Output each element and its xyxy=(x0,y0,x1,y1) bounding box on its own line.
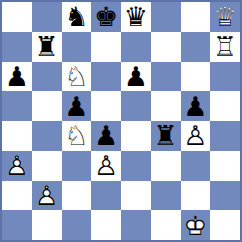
square-h1[interactable] xyxy=(210,210,240,240)
piece-white-rook[interactable]: ♜♖ xyxy=(210,32,240,62)
piece-glyph: ♟ xyxy=(2,62,32,92)
piece-outline-layer: ♙ xyxy=(2,151,32,181)
square-g5[interactable]: ♟ xyxy=(181,91,211,121)
square-f7[interactable] xyxy=(151,32,181,62)
square-f8[interactable] xyxy=(151,2,181,32)
square-f4[interactable]: ♜ xyxy=(151,121,181,151)
square-d5[interactable] xyxy=(91,91,121,121)
square-g2[interactable] xyxy=(181,181,211,211)
square-d8[interactable]: ♚ xyxy=(91,2,121,32)
piece-glyph: ♟ xyxy=(91,121,121,151)
square-f2[interactable] xyxy=(151,181,181,211)
piece-white-king[interactable]: ♚♔ xyxy=(181,210,211,240)
piece-black-pawn[interactable]: ♟ xyxy=(91,121,121,151)
square-b7[interactable]: ♜ xyxy=(32,32,62,62)
piece-black-pawn[interactable]: ♟ xyxy=(181,91,211,121)
square-f1[interactable] xyxy=(151,210,181,240)
square-c6[interactable]: ♞♘ xyxy=(62,62,92,92)
square-h6[interactable] xyxy=(210,62,240,92)
piece-outline-layer: ♕ xyxy=(210,2,240,32)
piece-glyph: ♛ xyxy=(121,2,151,32)
square-a1[interactable] xyxy=(2,210,32,240)
piece-white-pawn[interactable]: ♟♙ xyxy=(181,121,211,151)
square-d4[interactable]: ♟ xyxy=(91,121,121,151)
piece-outline-layer: ♘ xyxy=(62,121,92,151)
square-b2[interactable]: ♟♙ xyxy=(32,181,62,211)
square-a5[interactable] xyxy=(2,91,32,121)
piece-glyph: ♜ xyxy=(151,121,181,151)
square-e4[interactable] xyxy=(121,121,151,151)
square-b5[interactable] xyxy=(32,91,62,121)
square-f6[interactable] xyxy=(151,62,181,92)
square-e7[interactable] xyxy=(121,32,151,62)
square-g3[interactable] xyxy=(181,151,211,181)
square-e6[interactable]: ♟ xyxy=(121,62,151,92)
piece-white-pawn[interactable]: ♟♙ xyxy=(2,151,32,181)
square-g8[interactable] xyxy=(181,2,211,32)
piece-black-knight[interactable]: ♞ xyxy=(62,2,92,32)
square-a8[interactable] xyxy=(2,2,32,32)
square-d3[interactable]: ♟♙ xyxy=(91,151,121,181)
square-h4[interactable] xyxy=(210,121,240,151)
piece-black-pawn[interactable]: ♟ xyxy=(121,62,151,92)
piece-black-pawn[interactable]: ♟ xyxy=(2,62,32,92)
piece-white-pawn[interactable]: ♟♙ xyxy=(32,181,62,211)
square-a7[interactable] xyxy=(2,32,32,62)
piece-outline-layer: ♖ xyxy=(210,32,240,62)
square-b3[interactable] xyxy=(32,151,62,181)
square-b8[interactable] xyxy=(32,2,62,32)
square-d7[interactable] xyxy=(91,32,121,62)
square-a4[interactable] xyxy=(2,121,32,151)
piece-glyph: ♜ xyxy=(32,32,62,62)
piece-glyph: ♞ xyxy=(62,2,92,32)
square-c4[interactable]: ♞♘ xyxy=(62,121,92,151)
piece-black-king[interactable]: ♚ xyxy=(91,2,121,32)
square-e1[interactable] xyxy=(121,210,151,240)
square-h7[interactable]: ♜♖ xyxy=(210,32,240,62)
piece-black-queen[interactable]: ♛ xyxy=(121,2,151,32)
piece-white-knight[interactable]: ♞♘ xyxy=(62,121,92,151)
piece-glyph: ♟ xyxy=(181,91,211,121)
piece-outline-layer: ♔ xyxy=(181,210,211,240)
square-c1[interactable] xyxy=(62,210,92,240)
square-h2[interactable] xyxy=(210,181,240,211)
chess-board: ♞♚♛♛♕♜♜♖♟♞♘♟♟♟♞♘♟♜♟♙♟♙♟♙♟♙♚♔ xyxy=(0,0,242,242)
square-f3[interactable] xyxy=(151,151,181,181)
square-a6[interactable]: ♟ xyxy=(2,62,32,92)
square-c8[interactable]: ♞ xyxy=(62,2,92,32)
square-b6[interactable] xyxy=(32,62,62,92)
piece-white-queen[interactable]: ♛♕ xyxy=(210,2,240,32)
piece-glyph: ♟ xyxy=(62,91,92,121)
piece-glyph: ♟ xyxy=(121,62,151,92)
piece-outline-layer: ♙ xyxy=(32,181,62,211)
square-e3[interactable] xyxy=(121,151,151,181)
piece-outline-layer: ♙ xyxy=(91,151,121,181)
square-g7[interactable] xyxy=(181,32,211,62)
square-d1[interactable] xyxy=(91,210,121,240)
square-c3[interactable] xyxy=(62,151,92,181)
square-c2[interactable] xyxy=(62,181,92,211)
square-d6[interactable] xyxy=(91,62,121,92)
square-h8[interactable]: ♛♕ xyxy=(210,2,240,32)
square-f5[interactable] xyxy=(151,91,181,121)
piece-black-rook[interactable]: ♜ xyxy=(151,121,181,151)
piece-glyph: ♚ xyxy=(91,2,121,32)
square-g6[interactable] xyxy=(181,62,211,92)
square-b1[interactable] xyxy=(32,210,62,240)
square-h3[interactable] xyxy=(210,151,240,181)
square-g1[interactable]: ♚♔ xyxy=(181,210,211,240)
square-c7[interactable] xyxy=(62,32,92,62)
piece-white-knight[interactable]: ♞♘ xyxy=(62,62,92,92)
piece-outline-layer: ♙ xyxy=(181,121,211,151)
square-g4[interactable]: ♟♙ xyxy=(181,121,211,151)
piece-black-rook[interactable]: ♜ xyxy=(32,32,62,62)
square-a3[interactable]: ♟♙ xyxy=(2,151,32,181)
square-e8[interactable]: ♛ xyxy=(121,2,151,32)
piece-white-pawn[interactable]: ♟♙ xyxy=(91,151,121,181)
square-c5[interactable]: ♟ xyxy=(62,91,92,121)
piece-black-pawn[interactable]: ♟ xyxy=(62,91,92,121)
square-d2[interactable] xyxy=(91,181,121,211)
square-e5[interactable] xyxy=(121,91,151,121)
piece-outline-layer: ♘ xyxy=(62,62,92,92)
square-e2[interactable] xyxy=(121,181,151,211)
square-h5[interactable] xyxy=(210,91,240,121)
square-a2[interactable] xyxy=(2,181,32,211)
square-b4[interactable] xyxy=(32,121,62,151)
